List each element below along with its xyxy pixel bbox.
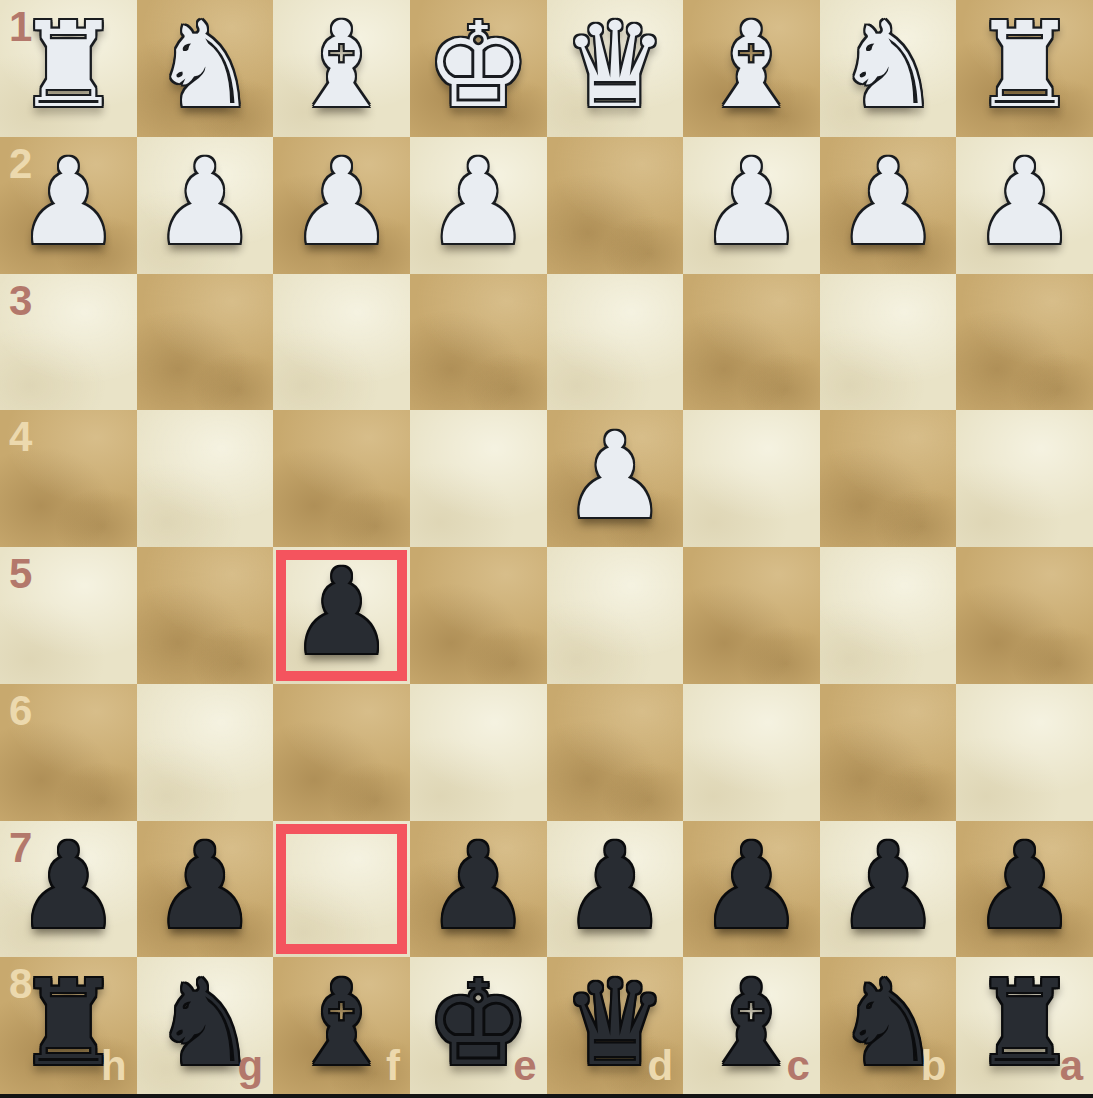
square-b2[interactable]: ♟ (820, 137, 957, 274)
white-pawn-g2[interactable]: ♟ (152, 143, 258, 261)
square-g7[interactable]: ♟ (137, 821, 274, 958)
square-a8[interactable]: ♜a (956, 957, 1093, 1094)
square-g6[interactable] (137, 684, 274, 821)
square-h1[interactable]: ♜1 (0, 0, 137, 137)
black-bishop-f8[interactable]: ♝ (289, 964, 395, 1082)
square-d7[interactable]: ♟ (547, 821, 684, 958)
black-rook-a8[interactable]: ♜ (972, 964, 1078, 1082)
rank-label-3: 3 (9, 280, 32, 322)
rank-label-5: 5 (9, 553, 32, 595)
square-b5[interactable] (820, 547, 957, 684)
square-h7[interactable]: ♟7 (0, 821, 137, 958)
square-b3[interactable] (820, 274, 957, 411)
black-queen-d8[interactable]: ♛ (562, 964, 668, 1082)
black-knight-g8[interactable]: ♞ (152, 964, 258, 1082)
square-a1[interactable]: ♜ (956, 0, 1093, 137)
square-a5[interactable] (956, 547, 1093, 684)
square-a4[interactable] (956, 410, 1093, 547)
square-h5[interactable]: 5 (0, 547, 137, 684)
square-g5[interactable] (137, 547, 274, 684)
square-f1[interactable]: ♝ (273, 0, 410, 137)
white-knight-b1[interactable]: ♞ (835, 6, 941, 124)
black-pawn-b7[interactable]: ♟ (835, 827, 941, 945)
square-a6[interactable] (956, 684, 1093, 821)
square-d3[interactable] (547, 274, 684, 411)
square-e2[interactable]: ♟ (410, 137, 547, 274)
white-pawn-d4[interactable]: ♟ (562, 417, 668, 535)
white-rook-h1[interactable]: ♜ (15, 6, 121, 124)
square-c1[interactable]: ♝ (683, 0, 820, 137)
square-e7[interactable]: ♟ (410, 821, 547, 958)
black-pawn-f5[interactable]: ♟ (289, 553, 395, 671)
square-a7[interactable]: ♟ (956, 821, 1093, 958)
last-move-highlight-f7 (276, 824, 407, 955)
square-b7[interactable]: ♟ (820, 821, 957, 958)
square-b8[interactable]: ♞b (820, 957, 957, 1094)
black-knight-b8[interactable]: ♞ (835, 964, 941, 1082)
square-c2[interactable]: ♟ (683, 137, 820, 274)
rank-label-6: 6 (9, 690, 32, 732)
square-g2[interactable]: ♟ (137, 137, 274, 274)
square-d5[interactable] (547, 547, 684, 684)
chess-board: ♜1♞♝♚♛♝♞♜♟2♟♟♟♟♟♟34♟5♟6♟7♟♟♟♟♟♟♜8h♞g♝f♚e… (0, 0, 1093, 1094)
square-c3[interactable] (683, 274, 820, 411)
white-bishop-f1[interactable]: ♝ (289, 6, 395, 124)
square-h3[interactable]: 3 (0, 274, 137, 411)
square-f6[interactable] (273, 684, 410, 821)
white-king-e1[interactable]: ♚ (425, 6, 531, 124)
black-king-e8[interactable]: ♚ (425, 964, 531, 1082)
square-c5[interactable] (683, 547, 820, 684)
white-pawn-a2[interactable]: ♟ (972, 143, 1078, 261)
square-a3[interactable] (956, 274, 1093, 411)
square-a2[interactable]: ♟ (956, 137, 1093, 274)
square-e6[interactable] (410, 684, 547, 821)
square-e4[interactable] (410, 410, 547, 547)
square-d2[interactable] (547, 137, 684, 274)
white-pawn-h2[interactable]: ♟ (15, 143, 121, 261)
square-f2[interactable]: ♟ (273, 137, 410, 274)
square-f8[interactable]: ♝f (273, 957, 410, 1094)
black-pawn-e7[interactable]: ♟ (425, 827, 531, 945)
square-b6[interactable] (820, 684, 957, 821)
square-h4[interactable]: 4 (0, 410, 137, 547)
square-f4[interactable] (273, 410, 410, 547)
square-e1[interactable]: ♚ (410, 0, 547, 137)
square-b4[interactable] (820, 410, 957, 547)
black-bishop-c8[interactable]: ♝ (699, 964, 805, 1082)
square-c7[interactable]: ♟ (683, 821, 820, 958)
square-h8[interactable]: ♜8h (0, 957, 137, 1094)
square-c6[interactable] (683, 684, 820, 821)
white-pawn-e2[interactable]: ♟ (425, 143, 531, 261)
square-g4[interactable] (137, 410, 274, 547)
black-pawn-g7[interactable]: ♟ (152, 827, 258, 945)
black-pawn-d7[interactable]: ♟ (562, 827, 668, 945)
square-h6[interactable]: 6 (0, 684, 137, 821)
black-pawn-a7[interactable]: ♟ (972, 827, 1078, 945)
square-b1[interactable]: ♞ (820, 0, 957, 137)
white-pawn-c2[interactable]: ♟ (699, 143, 805, 261)
chess-board-wrap: ♜1♞♝♚♛♝♞♜♟2♟♟♟♟♟♟34♟5♟6♟7♟♟♟♟♟♟♜8h♞g♝f♚e… (0, 0, 1093, 1098)
square-g8[interactable]: ♞g (137, 957, 274, 1094)
white-knight-g1[interactable]: ♞ (152, 6, 258, 124)
square-e3[interactable] (410, 274, 547, 411)
black-pawn-h7[interactable]: ♟ (15, 827, 121, 945)
white-pawn-b2[interactable]: ♟ (835, 143, 941, 261)
square-g3[interactable] (137, 274, 274, 411)
square-c8[interactable]: ♝c (683, 957, 820, 1094)
white-queen-d1[interactable]: ♛ (562, 6, 668, 124)
square-c4[interactable] (683, 410, 820, 547)
square-d1[interactable]: ♛ (547, 0, 684, 137)
square-h2[interactable]: ♟2 (0, 137, 137, 274)
rank-label-4: 4 (9, 416, 32, 458)
board-bottom-edge (0, 1094, 1093, 1098)
square-d6[interactable] (547, 684, 684, 821)
square-d4[interactable]: ♟ (547, 410, 684, 547)
square-f7[interactable] (273, 821, 410, 958)
square-d8[interactable]: ♛d (547, 957, 684, 1094)
white-rook-a1[interactable]: ♜ (972, 6, 1078, 124)
black-pawn-c7[interactable]: ♟ (699, 827, 805, 945)
square-g1[interactable]: ♞ (137, 0, 274, 137)
square-e5[interactable] (410, 547, 547, 684)
white-bishop-c1[interactable]: ♝ (699, 6, 805, 124)
black-rook-h8[interactable]: ♜ (15, 964, 121, 1082)
square-f3[interactable] (273, 274, 410, 411)
white-pawn-f2[interactable]: ♟ (289, 143, 395, 261)
square-f5[interactable]: ♟ (273, 547, 410, 684)
square-e8[interactable]: ♚e (410, 957, 547, 1094)
